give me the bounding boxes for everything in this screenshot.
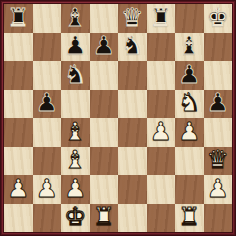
square-a4[interactable]	[4, 118, 33, 147]
square-g7[interactable]: ♝	[175, 33, 204, 62]
square-e3[interactable]	[118, 147, 147, 176]
square-e2[interactable]	[118, 175, 147, 204]
square-b3[interactable]	[33, 147, 62, 176]
square-b7[interactable]	[33, 33, 62, 62]
square-c2[interactable]: ♟	[61, 175, 90, 204]
square-f3[interactable]	[147, 147, 176, 176]
piece-white-pawn[interactable]: ♟	[178, 119, 200, 144]
square-h5[interactable]: ♟	[204, 90, 233, 119]
piece-black-knight[interactable]: ♞	[64, 62, 86, 87]
chess-board: ♜♝♛♜♚♟♟♞♝♞♟♟♞♟♝♟♟♝♛♟♟♟♟♚♜♜	[4, 4, 232, 232]
square-b2[interactable]: ♟	[33, 175, 62, 204]
square-b4[interactable]	[33, 118, 62, 147]
square-g4[interactable]: ♟	[175, 118, 204, 147]
square-c3[interactable]: ♝	[61, 147, 90, 176]
square-a7[interactable]	[4, 33, 33, 62]
piece-white-king[interactable]: ♚	[64, 204, 86, 229]
square-b5[interactable]: ♟	[33, 90, 62, 119]
square-c4[interactable]: ♝	[61, 118, 90, 147]
square-f2[interactable]	[147, 175, 176, 204]
square-e4[interactable]	[118, 118, 147, 147]
square-d3[interactable]	[90, 147, 119, 176]
piece-black-pawn[interactable]: ♟	[36, 90, 58, 115]
piece-white-pawn[interactable]: ♟	[64, 176, 86, 201]
square-c6[interactable]: ♞	[61, 61, 90, 90]
square-g5[interactable]: ♞	[175, 90, 204, 119]
square-d8[interactable]	[90, 4, 119, 33]
piece-white-pawn[interactable]: ♟	[207, 176, 229, 201]
square-c5[interactable]	[61, 90, 90, 119]
square-b8[interactable]	[33, 4, 62, 33]
piece-black-pawn[interactable]: ♟	[207, 90, 229, 115]
square-e5[interactable]	[118, 90, 147, 119]
piece-black-king[interactable]: ♚	[207, 5, 229, 30]
square-e8[interactable]: ♛	[118, 4, 147, 33]
square-a3[interactable]	[4, 147, 33, 176]
square-g3[interactable]	[175, 147, 204, 176]
square-g8[interactable]	[175, 4, 204, 33]
piece-white-queen[interactable]: ♛	[207, 147, 229, 172]
square-f4[interactable]: ♟	[147, 118, 176, 147]
square-e6[interactable]	[118, 61, 147, 90]
square-a2[interactable]: ♟	[4, 175, 33, 204]
piece-white-rook[interactable]: ♜	[93, 204, 115, 229]
square-c8[interactable]: ♝	[61, 4, 90, 33]
piece-black-rook[interactable]: ♜	[7, 5, 29, 30]
piece-white-bishop[interactable]: ♝	[64, 147, 86, 172]
square-g2[interactable]	[175, 175, 204, 204]
piece-black-pawn[interactable]: ♟	[64, 33, 86, 58]
piece-black-rook[interactable]: ♜	[150, 5, 172, 30]
piece-white-rook[interactable]: ♜	[178, 204, 200, 229]
square-h4[interactable]	[204, 118, 233, 147]
piece-black-bishop[interactable]: ♝	[64, 5, 86, 30]
piece-white-bishop[interactable]: ♝	[64, 119, 86, 144]
square-b6[interactable]	[33, 61, 62, 90]
piece-white-knight[interactable]: ♞	[178, 90, 200, 115]
square-f8[interactable]: ♜	[147, 4, 176, 33]
board-frame: ♜♝♛♜♚♟♟♞♝♞♟♟♞♟♝♟♟♝♛♟♟♟♟♚♜♜	[0, 0, 236, 236]
square-d1[interactable]: ♜	[90, 204, 119, 233]
square-c1[interactable]: ♚	[61, 204, 90, 233]
square-b1[interactable]	[33, 204, 62, 233]
square-d7[interactable]: ♟	[90, 33, 119, 62]
square-f6[interactable]	[147, 61, 176, 90]
square-f1[interactable]	[147, 204, 176, 233]
square-e7[interactable]: ♞	[118, 33, 147, 62]
piece-black-bishop[interactable]: ♝	[178, 33, 200, 58]
square-h7[interactable]	[204, 33, 233, 62]
square-d6[interactable]	[90, 61, 119, 90]
square-a1[interactable]	[4, 204, 33, 233]
square-h8[interactable]: ♚	[204, 4, 233, 33]
square-a8[interactable]: ♜	[4, 4, 33, 33]
square-g6[interactable]: ♟	[175, 61, 204, 90]
square-h6[interactable]	[204, 61, 233, 90]
piece-white-pawn[interactable]: ♟	[150, 119, 172, 144]
square-c7[interactable]: ♟	[61, 33, 90, 62]
square-h2[interactable]: ♟	[204, 175, 233, 204]
piece-black-queen[interactable]: ♛	[121, 5, 143, 30]
square-h1[interactable]	[204, 204, 233, 233]
piece-black-knight[interactable]: ♞	[121, 33, 143, 58]
square-a6[interactable]	[4, 61, 33, 90]
square-a5[interactable]	[4, 90, 33, 119]
square-d2[interactable]	[90, 175, 119, 204]
square-g1[interactable]: ♜	[175, 204, 204, 233]
square-f5[interactable]	[147, 90, 176, 119]
piece-black-pawn[interactable]: ♟	[93, 33, 115, 58]
square-d5[interactable]	[90, 90, 119, 119]
piece-white-pawn[interactable]: ♟	[7, 176, 29, 201]
square-h3[interactable]: ♛	[204, 147, 233, 176]
piece-black-pawn[interactable]: ♟	[178, 62, 200, 87]
piece-white-pawn[interactable]: ♟	[36, 176, 58, 201]
square-d4[interactable]	[90, 118, 119, 147]
square-e1[interactable]	[118, 204, 147, 233]
square-f7[interactable]	[147, 33, 176, 62]
